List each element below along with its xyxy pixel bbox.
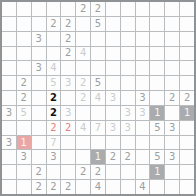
cell-r8-c1[interactable] [17,121,31,135]
puzzle-board: 2222532243425325222433223523331122473353… [0,0,196,196]
cell-r9-c5[interactable] [76,136,90,150]
cell-r12-c4[interactable]: 2 [61,180,75,194]
cell-r11-c10[interactable]: 1 [150,165,164,179]
cell-r1-c5[interactable] [76,17,90,31]
cell-r3-c10[interactable] [150,47,164,61]
cell-r5-c4[interactable]: 3 [61,76,75,90]
cell-r1-c12[interactable] [180,17,194,31]
cell-r9-c4[interactable] [61,136,75,150]
cell-r1-c9[interactable] [136,17,150,31]
cell-r5-c3[interactable]: 5 [47,76,61,90]
cell-r1-c11[interactable] [165,17,179,31]
cell-r0-c9[interactable] [136,2,150,16]
cell-r5-c9[interactable] [136,76,150,90]
cell-r5-c1[interactable]: 2 [17,76,31,90]
cell-r4-c10[interactable] [150,61,164,75]
cell-r4-c4[interactable] [61,61,75,75]
cell-r12-c0[interactable] [2,180,16,194]
cell-r10-c11[interactable]: 3 [165,150,179,164]
cell-r9-c1[interactable]: 1 [17,136,31,150]
cell-r0-c4[interactable] [61,2,75,16]
cell-r6-c12[interactable]: 2 [180,91,194,105]
cell-r5-c10[interactable] [150,76,164,90]
cell-r3-c11[interactable] [165,47,179,61]
cell-r10-c1[interactable]: 3 [17,150,31,164]
cell-r11-c4[interactable] [61,165,75,179]
cell-r8-c7[interactable]: 3 [106,121,120,135]
cell-r11-c0[interactable] [2,165,16,179]
cell-r3-c0[interactable] [2,47,16,61]
cell-r0-c12[interactable] [180,2,194,16]
cell-r10-c8[interactable]: 2 [121,150,135,164]
cell-r7-c2[interactable] [32,106,46,120]
cell-r6-c0[interactable] [2,91,16,105]
cell-r6-c9[interactable]: 3 [136,91,150,105]
cell-r2-c3[interactable] [47,32,61,46]
cell-r8-c2[interactable] [32,121,46,135]
cell-r2-c11[interactable] [165,32,179,46]
cell-r3-c12[interactable] [180,47,194,61]
cell-r6-c2[interactable] [32,91,46,105]
cell-r3-c7[interactable] [106,47,120,61]
cell-r12-c10[interactable] [150,180,164,194]
cell-r4-c1[interactable] [17,61,31,75]
cell-r5-c7[interactable] [106,76,120,90]
cell-r10-c9[interactable] [136,150,150,164]
cell-r11-c8[interactable] [121,165,135,179]
cell-r5-c0[interactable] [2,76,16,90]
cell-r11-c2[interactable]: 2 [32,165,46,179]
cell-r6-c1[interactable]: 2 [17,91,31,105]
cell-r8-c0[interactable] [2,121,16,135]
cell-r2-c1[interactable] [17,32,31,46]
cell-r3-c5[interactable]: 4 [76,47,90,61]
cell-r0-c0[interactable] [2,2,16,16]
cell-r6-c4[interactable] [61,91,75,105]
cell-r7-c5[interactable] [76,106,90,120]
cell-r1-c4[interactable]: 2 [61,17,75,31]
cell-r11-c1[interactable] [17,165,31,179]
cell-r9-c7[interactable] [106,136,120,150]
cell-r0-c3[interactable] [47,2,61,16]
cell-r2-c2[interactable]: 3 [32,32,46,46]
cell-r2-c4[interactable]: 2 [61,32,75,46]
cell-r9-c0[interactable]: 3 [2,136,16,150]
cell-r6-c3[interactable]: 2 [47,91,61,105]
cell-r5-c5[interactable]: 2 [76,76,90,90]
cell-r9-c12[interactable] [180,136,194,150]
cell-r12-c2[interactable]: 2 [32,180,46,194]
cell-r1-c0[interactable] [2,17,16,31]
cell-r1-c10[interactable] [150,17,164,31]
cell-r10-c0[interactable] [2,150,16,164]
cell-r2-c0[interactable] [2,32,16,46]
cell-r7-c7[interactable] [106,106,120,120]
cell-r10-c7[interactable]: 2 [106,150,120,164]
cell-r10-c10[interactable]: 5 [150,150,164,164]
cell-r6-c8[interactable] [121,91,135,105]
cell-r12-c5[interactable] [76,180,90,194]
cell-r8-c12[interactable] [180,121,194,135]
cell-r3-c9[interactable] [136,47,150,61]
cell-r12-c9[interactable]: 4 [136,180,150,194]
cell-r10-c5[interactable] [76,150,90,164]
cell-r4-c0[interactable] [2,61,16,75]
cell-r0-c8[interactable] [121,2,135,16]
cell-r8-c3[interactable]: 2 [47,121,61,135]
cell-r11-c9[interactable] [136,165,150,179]
cell-r10-c6[interactable]: 1 [91,150,105,164]
cell-r4-c8[interactable] [121,61,135,75]
cell-r12-c3[interactable]: 2 [47,180,61,194]
cell-r8-c8[interactable]: 3 [121,121,135,135]
cell-r3-c6[interactable] [91,47,105,61]
cell-r9-c6[interactable] [91,136,105,150]
cell-r4-c6[interactable] [91,61,105,75]
cell-r5-c2[interactable] [32,76,46,90]
cell-r2-c10[interactable] [150,32,164,46]
cell-r5-c6[interactable]: 5 [91,76,105,90]
cell-r11-c5[interactable]: 2 [76,165,90,179]
cell-r12-c1[interactable] [17,180,31,194]
cell-r3-c3[interactable] [47,47,61,61]
cell-r9-c8[interactable] [121,136,135,150]
cell-r7-c10[interactable]: 1 [150,106,164,120]
cell-r4-c9[interactable] [136,61,150,75]
cell-r1-c2[interactable] [32,17,46,31]
cell-r12-c12[interactable] [180,180,194,194]
cell-r2-c9[interactable] [136,32,150,46]
cell-r8-c11[interactable]: 3 [165,121,179,135]
cell-r11-c3[interactable] [47,165,61,179]
cell-r6-c6[interactable]: 4 [91,91,105,105]
cell-r7-c6[interactable] [91,106,105,120]
cell-r2-c12[interactable] [180,32,194,46]
cell-r6-c11[interactable]: 2 [165,91,179,105]
cell-r9-c3[interactable]: 7 [47,136,61,150]
cell-r7-c12[interactable]: 1 [180,106,194,120]
cell-r1-c7[interactable] [106,17,120,31]
cell-r12-c6[interactable]: 4 [91,180,105,194]
cell-r0-c11[interactable] [165,2,179,16]
cell-r1-c8[interactable] [121,17,135,31]
cell-r7-c9[interactable]: 3 [136,106,150,120]
cell-r12-c7[interactable] [106,180,120,194]
cell-r8-c4[interactable]: 2 [61,121,75,135]
cell-r4-c3[interactable]: 4 [47,61,61,75]
cell-r3-c1[interactable] [17,47,31,61]
cell-r4-c2[interactable]: 3 [32,61,46,75]
cell-r0-c10[interactable] [150,2,164,16]
cell-r9-c9[interactable] [136,136,150,150]
cell-r5-c11[interactable] [165,76,179,90]
cell-r9-c10[interactable] [150,136,164,150]
cell-r5-c8[interactable] [121,76,135,90]
cell-r11-c7[interactable] [106,165,120,179]
cell-r8-c9[interactable] [136,121,150,135]
cell-r11-c11[interactable] [165,165,179,179]
cell-r10-c2[interactable] [32,150,46,164]
cell-r3-c8[interactable] [121,47,135,61]
cell-r2-c6[interactable] [91,32,105,46]
cell-r3-c2[interactable] [32,47,46,61]
cell-r9-c11[interactable] [165,136,179,150]
cell-r6-c10[interactable] [150,91,164,105]
cell-r4-c5[interactable] [76,61,90,75]
cell-r4-c7[interactable] [106,61,120,75]
cell-r4-c12[interactable] [180,61,194,75]
cell-r7-c4[interactable]: 3 [61,106,75,120]
cell-r7-c0[interactable]: 3 [2,106,16,120]
cell-r3-c4[interactable]: 2 [61,47,75,61]
cell-r12-c8[interactable] [121,180,135,194]
cell-r1-c6[interactable]: 5 [91,17,105,31]
cell-r1-c1[interactable] [17,17,31,31]
cell-r2-c5[interactable] [76,32,90,46]
cell-r8-c10[interactable]: 5 [150,121,164,135]
cell-r11-c12[interactable] [180,165,194,179]
cell-r10-c3[interactable]: 3 [47,150,61,164]
cell-r7-c1[interactable]: 5 [17,106,31,120]
cell-r10-c4[interactable] [61,150,75,164]
cell-r11-c6[interactable]: 2 [91,165,105,179]
cell-r6-c7[interactable]: 3 [106,91,120,105]
cell-r7-c3[interactable]: 2 [47,106,61,120]
cell-r6-c5[interactable]: 2 [76,91,90,105]
cell-r9-c2[interactable] [32,136,46,150]
cell-r2-c8[interactable] [121,32,135,46]
cell-r8-c6[interactable]: 7 [91,121,105,135]
cell-r0-c1[interactable] [17,2,31,16]
cell-r10-c12[interactable] [180,150,194,164]
cell-r0-c6[interactable]: 2 [91,2,105,16]
cell-r0-c5[interactable]: 2 [76,2,90,16]
cell-r0-c7[interactable] [106,2,120,16]
cell-r1-c3[interactable]: 2 [47,17,61,31]
cell-r5-c12[interactable] [180,76,194,90]
cell-r4-c11[interactable] [165,61,179,75]
cell-r7-c8[interactable]: 3 [121,106,135,120]
cell-r2-c7[interactable] [106,32,120,46]
cell-r12-c11[interactable] [165,180,179,194]
cell-r0-c2[interactable] [32,2,46,16]
cell-r8-c5[interactable]: 4 [76,121,90,135]
cell-r7-c11[interactable] [165,106,179,120]
